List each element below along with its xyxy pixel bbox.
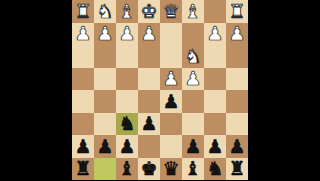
square-b4[interactable] bbox=[204, 68, 226, 91]
square-f1[interactable]: ♝ bbox=[116, 0, 138, 23]
square-b3[interactable] bbox=[204, 45, 226, 68]
black-pawn-b7[interactable]: ♟ bbox=[206, 136, 223, 155]
black-pawn-g7[interactable]: ♟ bbox=[96, 136, 113, 155]
square-c5[interactable] bbox=[182, 90, 204, 113]
square-e6[interactable]: ♟ bbox=[138, 113, 160, 136]
square-c3[interactable]: ♞ bbox=[182, 45, 204, 68]
square-h5[interactable] bbox=[72, 90, 94, 113]
square-f8[interactable]: ♝ bbox=[116, 158, 138, 181]
square-e1[interactable]: ♚ bbox=[138, 0, 160, 23]
square-d5[interactable]: ♟ bbox=[160, 90, 182, 113]
black-queen-d8[interactable]: ♛ bbox=[162, 159, 179, 178]
square-e5[interactable] bbox=[138, 90, 160, 113]
square-f3[interactable] bbox=[116, 45, 138, 68]
square-d6[interactable] bbox=[160, 113, 182, 136]
black-pawn-c7[interactable]: ♟ bbox=[184, 136, 201, 155]
square-a7[interactable]: ♟ bbox=[226, 135, 248, 158]
square-c8[interactable]: ♝ bbox=[182, 158, 204, 181]
square-f2[interactable]: ♟ bbox=[116, 23, 138, 46]
square-c7[interactable]: ♟ bbox=[182, 135, 204, 158]
square-a6[interactable] bbox=[226, 113, 248, 136]
white-knight-g1[interactable]: ♞ bbox=[96, 1, 113, 20]
black-bishop-f8[interactable]: ♝ bbox=[118, 159, 135, 178]
square-b5[interactable] bbox=[204, 90, 226, 113]
square-e8[interactable]: ♚ bbox=[138, 158, 160, 181]
square-d2[interactable] bbox=[160, 23, 182, 46]
square-a3[interactable] bbox=[226, 45, 248, 68]
white-pawn-a2[interactable]: ♟ bbox=[228, 24, 245, 43]
square-a1[interactable]: ♜ bbox=[226, 0, 248, 23]
square-e7[interactable] bbox=[138, 135, 160, 158]
square-g6[interactable] bbox=[94, 113, 116, 136]
white-bishop-f1[interactable]: ♝ bbox=[118, 1, 135, 20]
square-c6[interactable] bbox=[182, 113, 204, 136]
white-pawn-h2[interactable]: ♟ bbox=[74, 24, 91, 43]
square-h8[interactable]: ♜ bbox=[72, 158, 94, 181]
square-g2[interactable]: ♟ bbox=[94, 23, 116, 46]
chess-board: ♜♞♝♚♛♝♜♟♟♟♟♟♟♞♟♟♟♞♟♟♟♟♟♟♟♜♝♚♛♝♞♜ bbox=[72, 0, 248, 180]
black-king-e8[interactable]: ♚ bbox=[140, 159, 157, 178]
square-f4[interactable] bbox=[116, 68, 138, 91]
white-pawn-b2[interactable]: ♟ bbox=[206, 24, 223, 43]
square-b1[interactable] bbox=[204, 0, 226, 23]
square-e3[interactable] bbox=[138, 45, 160, 68]
square-h7[interactable]: ♟ bbox=[72, 135, 94, 158]
square-h2[interactable]: ♟ bbox=[72, 23, 94, 46]
square-g3[interactable] bbox=[94, 45, 116, 68]
white-knight-c3[interactable]: ♞ bbox=[184, 46, 201, 65]
video-frame: ♜♞♝♚♛♝♜♟♟♟♟♟♟♞♟♟♟♞♟♟♟♟♟♟♟♜♝♚♛♝♞♜ bbox=[0, 0, 320, 180]
black-pawn-d5[interactable]: ♟ bbox=[162, 91, 179, 110]
square-a5[interactable] bbox=[226, 90, 248, 113]
white-pawn-e2[interactable]: ♟ bbox=[140, 24, 157, 43]
square-f6[interactable]: ♞ bbox=[116, 113, 138, 136]
black-bishop-c8[interactable]: ♝ bbox=[184, 159, 201, 178]
square-g7[interactable]: ♟ bbox=[94, 135, 116, 158]
square-c4[interactable]: ♟ bbox=[182, 68, 204, 91]
white-pawn-g2[interactable]: ♟ bbox=[96, 24, 113, 43]
square-a4[interactable] bbox=[226, 68, 248, 91]
black-rook-h8[interactable]: ♜ bbox=[74, 159, 91, 178]
square-c2[interactable] bbox=[182, 23, 204, 46]
square-c1[interactable]: ♝ bbox=[182, 0, 204, 23]
square-g4[interactable] bbox=[94, 68, 116, 91]
square-d1[interactable]: ♛ bbox=[160, 0, 182, 23]
black-knight-b8[interactable]: ♞ bbox=[206, 159, 223, 178]
black-knight-f6[interactable]: ♞ bbox=[118, 114, 135, 133]
white-rook-a1[interactable]: ♜ bbox=[228, 1, 245, 20]
white-queen-d1[interactable]: ♛ bbox=[162, 1, 179, 20]
square-b8[interactable]: ♞ bbox=[204, 158, 226, 181]
square-a2[interactable]: ♟ bbox=[226, 23, 248, 46]
square-f5[interactable] bbox=[116, 90, 138, 113]
black-rook-a8[interactable]: ♜ bbox=[228, 159, 245, 178]
square-h1[interactable]: ♜ bbox=[72, 0, 94, 23]
white-pawn-d4[interactable]: ♟ bbox=[162, 69, 179, 88]
square-d7[interactable] bbox=[160, 135, 182, 158]
right-pillarbox-bar bbox=[248, 0, 320, 180]
square-d8[interactable]: ♛ bbox=[160, 158, 182, 181]
white-king-e1[interactable]: ♚ bbox=[140, 1, 157, 20]
square-d3[interactable] bbox=[160, 45, 182, 68]
square-g1[interactable]: ♞ bbox=[94, 0, 116, 23]
square-h6[interactable] bbox=[72, 113, 94, 136]
white-bishop-c1[interactable]: ♝ bbox=[184, 1, 201, 20]
square-b7[interactable]: ♟ bbox=[204, 135, 226, 158]
square-f7[interactable]: ♟ bbox=[116, 135, 138, 158]
left-pillarbox-bar bbox=[0, 0, 72, 180]
square-g8[interactable] bbox=[94, 158, 116, 181]
black-pawn-f7[interactable]: ♟ bbox=[118, 136, 135, 155]
square-e2[interactable]: ♟ bbox=[138, 23, 160, 46]
black-pawn-e6[interactable]: ♟ bbox=[140, 114, 157, 133]
black-pawn-h7[interactable]: ♟ bbox=[74, 136, 91, 155]
square-h4[interactable] bbox=[72, 68, 94, 91]
square-g5[interactable] bbox=[94, 90, 116, 113]
square-b2[interactable]: ♟ bbox=[204, 23, 226, 46]
square-a8[interactable]: ♜ bbox=[226, 158, 248, 181]
white-pawn-f2[interactable]: ♟ bbox=[118, 24, 135, 43]
black-pawn-a7[interactable]: ♟ bbox=[228, 136, 245, 155]
square-e4[interactable] bbox=[138, 68, 160, 91]
white-rook-h1[interactable]: ♜ bbox=[74, 1, 91, 20]
white-pawn-c4[interactable]: ♟ bbox=[184, 69, 201, 88]
square-b6[interactable] bbox=[204, 113, 226, 136]
square-d4[interactable]: ♟ bbox=[160, 68, 182, 91]
square-h3[interactable] bbox=[72, 45, 94, 68]
